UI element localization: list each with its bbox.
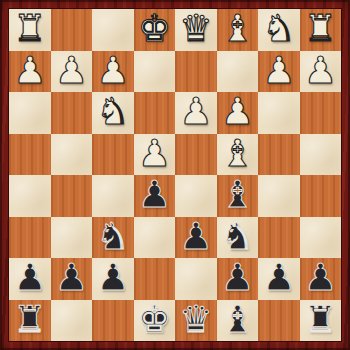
square-c7[interactable]: ♟ — [217, 258, 259, 300]
square-h2[interactable]: ♟ — [9, 51, 51, 93]
square-g6[interactable] — [51, 217, 93, 259]
square-g3[interactable] — [51, 92, 93, 134]
square-e4[interactable]: ♟ — [134, 134, 176, 176]
square-e3[interactable] — [134, 92, 176, 134]
black-pawn: ♟ — [138, 176, 171, 213]
white-bishop: ♝ — [221, 135, 254, 172]
square-b8[interactable] — [258, 300, 300, 342]
white-pawn: ♟ — [179, 93, 212, 130]
square-c2[interactable] — [217, 51, 259, 93]
square-f6[interactable]: ♞ — [92, 217, 134, 259]
black-king: ♚ — [138, 301, 171, 338]
black-pawn: ♟ — [96, 259, 129, 296]
white-knight: ♞ — [96, 93, 129, 130]
square-d2[interactable] — [175, 51, 217, 93]
square-a1[interactable]: ♜ — [300, 9, 342, 51]
square-a6[interactable] — [300, 217, 342, 259]
black-bishop: ♝ — [221, 176, 254, 213]
square-h4[interactable] — [9, 134, 51, 176]
square-g1[interactable] — [51, 9, 93, 51]
square-b3[interactable] — [258, 92, 300, 134]
black-queen: ♛ — [179, 301, 212, 338]
square-h5[interactable] — [9, 175, 51, 217]
square-e6[interactable] — [134, 217, 176, 259]
square-d8[interactable]: ♛ — [175, 300, 217, 342]
black-knight: ♞ — [221, 218, 254, 255]
square-f8[interactable] — [92, 300, 134, 342]
square-a4[interactable] — [300, 134, 342, 176]
square-g8[interactable] — [51, 300, 93, 342]
white-pawn: ♟ — [96, 52, 129, 89]
square-f7[interactable]: ♟ — [92, 258, 134, 300]
square-g4[interactable] — [51, 134, 93, 176]
square-g5[interactable] — [51, 175, 93, 217]
white-pawn: ♟ — [262, 52, 295, 89]
square-b5[interactable] — [258, 175, 300, 217]
square-c1[interactable]: ♝ — [217, 9, 259, 51]
square-b7[interactable]: ♟ — [258, 258, 300, 300]
square-a3[interactable] — [300, 92, 342, 134]
square-b6[interactable] — [258, 217, 300, 259]
square-d4[interactable] — [175, 134, 217, 176]
black-pawn: ♟ — [221, 259, 254, 296]
black-rook: ♜ — [304, 301, 337, 338]
chess-board: ♜♚♛♝♞♜♟♟♟♟♟♞♟♟♟♝♟♝♞♟♞♟♟♟♟♟♟♜♚♛♝♜ — [9, 9, 341, 341]
square-h8[interactable]: ♜ — [9, 300, 51, 342]
white-king: ♚ — [138, 10, 171, 47]
black-pawn: ♟ — [262, 259, 295, 296]
black-pawn: ♟ — [55, 259, 88, 296]
black-knight: ♞ — [96, 218, 129, 255]
square-e7[interactable] — [134, 258, 176, 300]
square-d5[interactable] — [175, 175, 217, 217]
black-pawn: ♟ — [304, 259, 337, 296]
square-d1[interactable]: ♛ — [175, 9, 217, 51]
square-d6[interactable]: ♟ — [175, 217, 217, 259]
black-pawn: ♟ — [179, 218, 212, 255]
square-e8[interactable]: ♚ — [134, 300, 176, 342]
square-f4[interactable] — [92, 134, 134, 176]
square-h3[interactable] — [9, 92, 51, 134]
square-a2[interactable]: ♟ — [300, 51, 342, 93]
square-b1[interactable]: ♞ — [258, 9, 300, 51]
square-h1[interactable]: ♜ — [9, 9, 51, 51]
white-rook: ♜ — [13, 10, 46, 47]
square-a7[interactable]: ♟ — [300, 258, 342, 300]
square-b4[interactable] — [258, 134, 300, 176]
square-g7[interactable]: ♟ — [51, 258, 93, 300]
square-b2[interactable]: ♟ — [258, 51, 300, 93]
square-f5[interactable] — [92, 175, 134, 217]
white-rook: ♜ — [304, 10, 337, 47]
white-pawn: ♟ — [138, 135, 171, 172]
black-rook: ♜ — [13, 301, 46, 338]
square-a5[interactable] — [300, 175, 342, 217]
square-c5[interactable]: ♝ — [217, 175, 259, 217]
square-e1[interactable]: ♚ — [134, 9, 176, 51]
white-queen: ♛ — [179, 10, 212, 47]
white-knight: ♞ — [262, 10, 295, 47]
black-bishop: ♝ — [221, 301, 254, 338]
square-f1[interactable] — [92, 9, 134, 51]
square-e5[interactable]: ♟ — [134, 175, 176, 217]
square-c6[interactable]: ♞ — [217, 217, 259, 259]
square-c4[interactable]: ♝ — [217, 134, 259, 176]
white-pawn: ♟ — [55, 52, 88, 89]
square-d7[interactable] — [175, 258, 217, 300]
square-e2[interactable] — [134, 51, 176, 93]
white-pawn: ♟ — [304, 52, 337, 89]
white-pawn: ♟ — [221, 93, 254, 130]
white-pawn: ♟ — [13, 52, 46, 89]
board-frame: ♜♚♛♝♞♜♟♟♟♟♟♞♟♟♟♝♟♝♞♟♞♟♟♟♟♟♟♜♚♛♝♜ — [0, 0, 350, 350]
square-f2[interactable]: ♟ — [92, 51, 134, 93]
square-c3[interactable]: ♟ — [217, 92, 259, 134]
square-d3[interactable]: ♟ — [175, 92, 217, 134]
black-pawn: ♟ — [13, 259, 46, 296]
square-f3[interactable]: ♞ — [92, 92, 134, 134]
square-a8[interactable]: ♜ — [300, 300, 342, 342]
white-bishop: ♝ — [221, 10, 254, 47]
square-g2[interactable]: ♟ — [51, 51, 93, 93]
square-c8[interactable]: ♝ — [217, 300, 259, 342]
square-h7[interactable]: ♟ — [9, 258, 51, 300]
square-h6[interactable] — [9, 217, 51, 259]
